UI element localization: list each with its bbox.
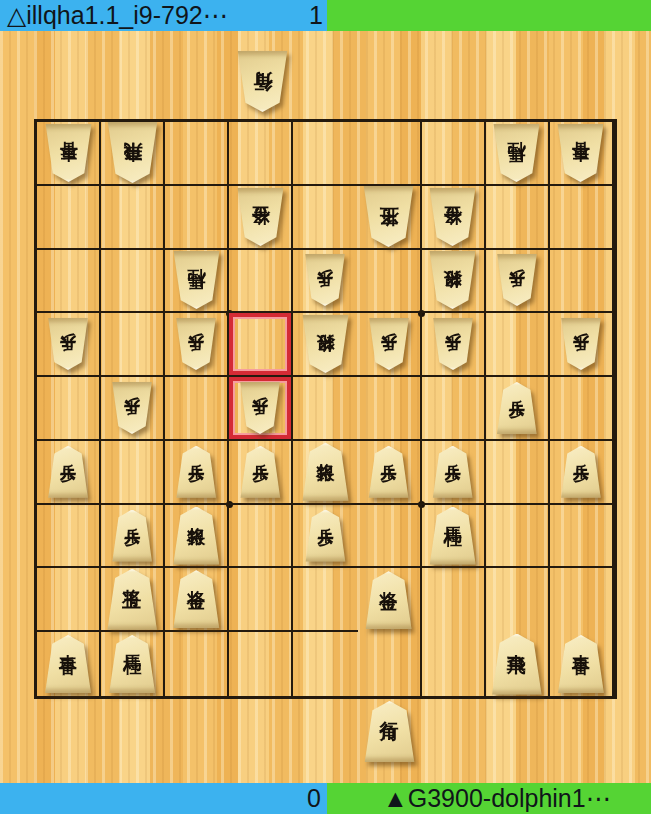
piece-body: 香車 <box>555 635 606 693</box>
square-8-1[interactable]: 飛車 <box>101 122 165 186</box>
square-9-8[interactable] <box>37 568 101 632</box>
square-3-5[interactable] <box>422 377 486 441</box>
piece-gote-king[interactable]: 王将 <box>361 186 416 247</box>
square-1-8[interactable] <box>550 568 614 632</box>
square-3-1[interactable] <box>422 122 486 186</box>
square-2-8[interactable] <box>486 568 550 632</box>
square-2-9[interactable]: 飛車 <box>486 632 550 696</box>
piece-sente-pawn[interactable]: 歩兵 <box>367 446 411 498</box>
piece-body: 金将 <box>171 570 222 628</box>
square-8-9[interactable]: 桂馬 <box>101 632 165 696</box>
square-4-7[interactable] <box>358 505 422 569</box>
sente-player-name: ▲G3900-dolphin1⋯ <box>327 783 611 814</box>
piece-body: 王将 <box>361 186 416 247</box>
square-9-4[interactable]: 歩兵 <box>37 313 101 377</box>
piece-body: 香車 <box>43 124 94 182</box>
square-8-4[interactable] <box>101 313 165 377</box>
square-7-3[interactable]: 桂馬 <box>165 250 229 314</box>
piece-gote-lance[interactable]: 香車 <box>43 124 94 182</box>
square-4-9[interactable] <box>358 632 422 696</box>
square-7-8[interactable]: 金将 <box>165 568 229 632</box>
piece-gote-knight[interactable]: 桂馬 <box>491 124 542 182</box>
piece-body: 銀将 <box>300 315 351 373</box>
square-7-1[interactable] <box>165 122 229 186</box>
square-6-1[interactable] <box>229 122 293 186</box>
square-9-2[interactable] <box>37 186 101 250</box>
piece-body: 歩兵 <box>238 382 282 434</box>
piece-gote-pawn[interactable]: 歩兵 <box>303 254 347 306</box>
piece-gote-gold[interactable]: 金将 <box>235 188 286 246</box>
piece-sente-gold[interactable]: 金将 <box>363 571 414 629</box>
square-1-5[interactable] <box>550 377 614 441</box>
piece-gote-pawn[interactable]: 歩兵 <box>367 318 411 370</box>
board-grid: 香車飛車桂馬香車金将王将金将桂馬歩兵銀将歩兵歩兵歩兵銀将歩兵歩兵歩兵歩兵歩兵歩兵… <box>34 119 617 699</box>
piece-body: 金将 <box>427 188 478 246</box>
square-9-7[interactable] <box>37 505 101 569</box>
square-3-6[interactable]: 歩兵 <box>422 441 486 505</box>
piece-sente-rook[interactable]: 飛車 <box>489 634 544 695</box>
square-7-5[interactable] <box>165 377 229 441</box>
square-3-8[interactable] <box>422 568 486 632</box>
piece-sente-king[interactable]: 玉将 <box>105 569 160 630</box>
square-2-5[interactable]: 歩兵 <box>486 377 550 441</box>
square-3-9[interactable] <box>422 632 486 696</box>
piece-body: 銀将 <box>171 507 222 565</box>
piece-sente-silver[interactable]: 銀将 <box>300 443 351 501</box>
piece-gote-pawn[interactable]: 歩兵 <box>238 382 282 434</box>
square-9-3[interactable] <box>37 250 101 314</box>
piece-sente-pawn[interactable]: 歩兵 <box>46 446 90 498</box>
piece-sente-pawn[interactable]: 歩兵 <box>303 510 347 562</box>
square-4-1[interactable] <box>358 122 422 186</box>
square-4-5[interactable] <box>358 377 422 441</box>
square-6-6[interactable]: 歩兵 <box>229 441 293 505</box>
square-2-3[interactable]: 歩兵 <box>486 250 550 314</box>
piece-body: 桂馬 <box>107 635 158 693</box>
square-3-4[interactable]: 歩兵 <box>422 313 486 377</box>
gote-bar-green-section <box>327 0 651 31</box>
piece-gote-pawn[interactable]: 歩兵 <box>46 318 90 370</box>
square-9-1[interactable]: 香車 <box>37 122 101 186</box>
piece-body: 桂馬 <box>171 251 222 309</box>
piece-sente-knight[interactable]: 桂馬 <box>107 635 158 693</box>
piece-sente-pawn[interactable]: 歩兵 <box>495 382 539 434</box>
square-8-2[interactable] <box>101 186 165 250</box>
piece-body: 金将 <box>363 571 414 629</box>
square-9-6[interactable]: 歩兵 <box>37 441 101 505</box>
piece-gote-gold[interactable]: 金将 <box>427 188 478 246</box>
gote-hand-piece-bishop[interactable]: 角行 <box>235 51 290 112</box>
square-4-4[interactable]: 歩兵 <box>358 313 422 377</box>
gote-name-panel: △illqha1.1_i9-792⋯ 1 <box>0 0 327 31</box>
piece-body: 歩兵 <box>174 318 218 370</box>
piece-sente-pawn[interactable]: 歩兵 <box>559 446 603 498</box>
square-6-7[interactable] <box>229 505 293 569</box>
piece-body: 桂馬 <box>491 124 542 182</box>
square-4-6[interactable]: 歩兵 <box>358 441 422 505</box>
piece-gote-knight[interactable]: 桂馬 <box>171 251 222 309</box>
piece-body: 歩兵 <box>559 446 603 498</box>
square-6-5[interactable]: 歩兵 <box>229 377 293 441</box>
square-8-7[interactable]: 歩兵 <box>101 505 165 569</box>
square-5-2[interactable] <box>293 186 357 250</box>
square-1-9[interactable]: 香車 <box>550 632 614 696</box>
piece-body: 金将 <box>235 188 286 246</box>
piece-body: 銀将 <box>300 443 351 501</box>
sente-player-bar: 0 ▲G3900-dolphin1⋯ <box>0 783 651 814</box>
square-7-4[interactable]: 歩兵 <box>165 313 229 377</box>
piece-body: 歩兵 <box>559 318 603 370</box>
square-1-6[interactable]: 歩兵 <box>550 441 614 505</box>
piece-body: 歩兵 <box>46 446 90 498</box>
square-1-1[interactable]: 香車 <box>550 122 614 186</box>
piece-body: 歩兵 <box>110 382 154 434</box>
square-9-5[interactable] <box>37 377 101 441</box>
piece-sente-lance[interactable]: 香車 <box>555 635 606 693</box>
square-8-3[interactable] <box>101 250 165 314</box>
square-5-1[interactable] <box>293 122 357 186</box>
piece-sente-pawn[interactable]: 歩兵 <box>431 446 475 498</box>
square-8-5[interactable]: 歩兵 <box>101 377 165 441</box>
piece-sente-gold[interactable]: 金将 <box>171 570 222 628</box>
square-2-2[interactable] <box>486 186 550 250</box>
piece-sente-pawn[interactable]: 歩兵 <box>238 446 282 498</box>
piece-gote-lance[interactable]: 香車 <box>555 124 606 182</box>
square-2-6[interactable] <box>486 441 550 505</box>
square-8-8[interactable]: 玉将 <box>101 568 165 632</box>
gote-player-name: △illqha1.1_i9-792⋯ <box>0 0 228 31</box>
piece-body: 歩兵 <box>495 382 539 434</box>
piece-sente-pawn[interactable]: 歩兵 <box>174 446 218 498</box>
piece-body: 歩兵 <box>431 446 475 498</box>
square-3-7[interactable]: 桂馬 <box>422 505 486 569</box>
square-6-2[interactable]: 金将 <box>229 186 293 250</box>
square-4-2[interactable]: 王将 <box>358 186 422 250</box>
square-1-4[interactable]: 歩兵 <box>550 313 614 377</box>
square-8-6[interactable] <box>101 441 165 505</box>
square-1-3[interactable] <box>550 250 614 314</box>
piece-body: 歩兵 <box>174 446 218 498</box>
square-7-7[interactable]: 銀将 <box>165 505 229 569</box>
piece-sente-silver[interactable]: 銀将 <box>171 507 222 565</box>
square-5-4[interactable]: 銀将 <box>293 313 357 377</box>
square-5-9[interactable] <box>293 632 357 696</box>
square-4-3[interactable] <box>358 250 422 314</box>
square-3-3[interactable]: 銀将 <box>422 250 486 314</box>
square-5-3[interactable]: 歩兵 <box>293 250 357 314</box>
square-1-7[interactable] <box>550 505 614 569</box>
square-7-9[interactable] <box>165 632 229 696</box>
piece-body: 歩兵 <box>110 510 154 562</box>
square-5-6[interactable]: 銀将 <box>293 441 357 505</box>
piece-body: 歩兵 <box>367 446 411 498</box>
piece-gote-pawn[interactable]: 歩兵 <box>174 318 218 370</box>
gote-value: 1 <box>309 0 327 31</box>
square-5-7[interactable]: 歩兵 <box>293 505 357 569</box>
piece-sente-knight[interactable]: 桂馬 <box>427 507 478 565</box>
square-7-2[interactable] <box>165 186 229 250</box>
piece-gote-pawn[interactable]: 歩兵 <box>431 318 475 370</box>
piece-gote-pawn[interactable]: 歩兵 <box>559 318 603 370</box>
piece-gote-pawn[interactable]: 歩兵 <box>495 254 539 306</box>
sente-value: 0 <box>307 783 327 814</box>
square-9-9[interactable]: 香車 <box>37 632 101 696</box>
square-5-5[interactable] <box>293 377 357 441</box>
sente-hand-piece-body: 角行 <box>362 701 417 762</box>
piece-body: 香車 <box>43 635 94 693</box>
square-6-3[interactable] <box>229 250 293 314</box>
piece-body: 玉将 <box>105 569 160 630</box>
piece-body: 歩兵 <box>367 318 411 370</box>
sente-hand-piece-bishop[interactable]: 角行 <box>362 701 417 762</box>
square-1-2[interactable] <box>550 186 614 250</box>
square-4-8[interactable]: 金将 <box>358 568 422 632</box>
sente-bar-blue-section: 0 <box>0 783 327 814</box>
piece-gote-pawn[interactable]: 歩兵 <box>110 382 154 434</box>
piece-body: 歩兵 <box>46 318 90 370</box>
square-6-4[interactable] <box>229 313 293 377</box>
piece-body: 歩兵 <box>431 318 475 370</box>
piece-body: 歩兵 <box>495 254 539 306</box>
piece-gote-silver[interactable]: 銀将 <box>427 251 478 309</box>
square-6-8[interactable] <box>229 568 293 632</box>
square-6-9[interactable] <box>229 632 293 696</box>
piece-body: 飛車 <box>105 122 160 183</box>
sente-name-panel: ▲G3900-dolphin1⋯ <box>327 783 651 814</box>
piece-gote-silver[interactable]: 銀将 <box>300 315 351 373</box>
piece-sente-pawn[interactable]: 歩兵 <box>110 510 154 562</box>
piece-body: 歩兵 <box>303 254 347 306</box>
piece-body: 桂馬 <box>427 507 478 565</box>
piece-body: 歩兵 <box>303 510 347 562</box>
square-3-2[interactable]: 金将 <box>422 186 486 250</box>
piece-body: 香車 <box>555 124 606 182</box>
piece-body: 歩兵 <box>238 446 282 498</box>
piece-body: 銀将 <box>427 251 478 309</box>
piece-sente-lance[interactable]: 香車 <box>43 635 94 693</box>
piece-body: 飛車 <box>489 634 544 695</box>
square-2-4[interactable] <box>486 313 550 377</box>
square-2-7[interactable] <box>486 505 550 569</box>
gote-hand-piece-body: 角行 <box>235 51 290 112</box>
shogi-app-screen: △illqha1.1_i9-792⋯ 1 角行 角行 香車飛車桂馬香車金将王将金… <box>0 0 651 814</box>
piece-gote-rook[interactable]: 飛車 <box>105 122 160 183</box>
square-2-1[interactable]: 桂馬 <box>486 122 550 186</box>
square-5-8[interactable] <box>293 568 357 632</box>
gote-player-bar: △illqha1.1_i9-792⋯ 1 <box>0 0 651 31</box>
square-7-6[interactable]: 歩兵 <box>165 441 229 505</box>
